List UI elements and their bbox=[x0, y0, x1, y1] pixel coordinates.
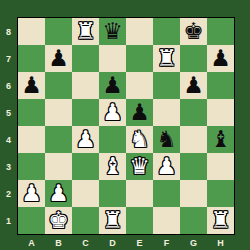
square-a3[interactable] bbox=[18, 153, 45, 180]
square-a4[interactable] bbox=[18, 126, 45, 153]
rank-labels: 87654321 bbox=[0, 18, 17, 234]
square-e2[interactable] bbox=[126, 180, 153, 207]
square-g3[interactable] bbox=[180, 153, 207, 180]
square-b5[interactable] bbox=[45, 99, 72, 126]
square-c4[interactable]: ♟ bbox=[72, 126, 99, 153]
piece-black-queen[interactable]: ♛ bbox=[99, 18, 126, 45]
square-d4[interactable] bbox=[99, 126, 126, 153]
file-label-b: B bbox=[45, 235, 72, 250]
square-h4[interactable]: ♝ bbox=[207, 126, 234, 153]
piece-white-pawn[interactable]: ♟ bbox=[18, 180, 45, 207]
file-label-g: G bbox=[180, 235, 207, 250]
square-h2[interactable] bbox=[207, 180, 234, 207]
square-e3[interactable]: ♛ bbox=[126, 153, 153, 180]
square-c6[interactable] bbox=[72, 72, 99, 99]
rank-label-2: 2 bbox=[0, 180, 17, 207]
square-e6[interactable] bbox=[126, 72, 153, 99]
square-b2[interactable]: ♟ bbox=[45, 180, 72, 207]
piece-black-pawn[interactable]: ♟ bbox=[45, 45, 72, 72]
square-a7[interactable] bbox=[18, 45, 45, 72]
file-label-e: E bbox=[126, 235, 153, 250]
square-g8[interactable]: ♚ bbox=[180, 18, 207, 45]
rank-label-5: 5 bbox=[0, 99, 17, 126]
square-f7[interactable]: ♜ bbox=[153, 45, 180, 72]
piece-white-pawn[interactable]: ♟ bbox=[45, 180, 72, 207]
square-c1[interactable] bbox=[72, 207, 99, 234]
file-labels: ABCDEFGH bbox=[18, 235, 234, 250]
square-f8[interactable] bbox=[153, 18, 180, 45]
piece-white-rook[interactable]: ♜ bbox=[72, 18, 99, 45]
square-f5[interactable] bbox=[153, 99, 180, 126]
square-g2[interactable] bbox=[180, 180, 207, 207]
piece-black-pawn[interactable]: ♟ bbox=[18, 72, 45, 99]
square-f3[interactable]: ♟ bbox=[153, 153, 180, 180]
square-e8[interactable] bbox=[126, 18, 153, 45]
square-g6[interactable]: ♟ bbox=[180, 72, 207, 99]
square-d8[interactable]: ♛ bbox=[99, 18, 126, 45]
square-a1[interactable] bbox=[18, 207, 45, 234]
square-c8[interactable]: ♜ bbox=[72, 18, 99, 45]
piece-white-rook[interactable]: ♜ bbox=[153, 45, 180, 72]
piece-white-pawn[interactable]: ♟ bbox=[153, 153, 180, 180]
square-h3[interactable] bbox=[207, 153, 234, 180]
piece-white-king[interactable]: ♚ bbox=[45, 207, 72, 234]
square-a8[interactable] bbox=[18, 18, 45, 45]
square-f1[interactable] bbox=[153, 207, 180, 234]
square-f6[interactable] bbox=[153, 72, 180, 99]
square-h1[interactable]: ♜ bbox=[207, 207, 234, 234]
rank-label-1: 1 bbox=[0, 207, 17, 234]
square-e4[interactable]: ♞ bbox=[126, 126, 153, 153]
piece-white-queen[interactable]: ♛ bbox=[126, 153, 153, 180]
file-label-d: D bbox=[99, 235, 126, 250]
square-c7[interactable] bbox=[72, 45, 99, 72]
square-c5[interactable] bbox=[72, 99, 99, 126]
square-e5[interactable]: ♟ bbox=[126, 99, 153, 126]
piece-white-rook[interactable]: ♜ bbox=[207, 207, 234, 234]
square-g5[interactable] bbox=[180, 99, 207, 126]
square-a5[interactable] bbox=[18, 99, 45, 126]
square-h5[interactable] bbox=[207, 99, 234, 126]
square-b3[interactable] bbox=[45, 153, 72, 180]
piece-black-pawn[interactable]: ♟ bbox=[99, 72, 126, 99]
file-label-a: A bbox=[18, 235, 45, 250]
rank-label-6: 6 bbox=[0, 72, 17, 99]
square-f4[interactable]: ♞ bbox=[153, 126, 180, 153]
square-d7[interactable] bbox=[99, 45, 126, 72]
square-e1[interactable] bbox=[126, 207, 153, 234]
square-g4[interactable] bbox=[180, 126, 207, 153]
square-d2[interactable] bbox=[99, 180, 126, 207]
square-d5[interactable]: ♟ bbox=[99, 99, 126, 126]
square-e7[interactable] bbox=[126, 45, 153, 72]
piece-white-pawn[interactable]: ♟ bbox=[99, 99, 126, 126]
square-h8[interactable] bbox=[207, 18, 234, 45]
piece-black-pawn[interactable]: ♟ bbox=[180, 72, 207, 99]
piece-black-knight[interactable]: ♞ bbox=[153, 126, 180, 153]
square-h7[interactable]: ♟ bbox=[207, 45, 234, 72]
rank-label-4: 4 bbox=[0, 126, 17, 153]
piece-white-pawn[interactable]: ♟ bbox=[72, 126, 99, 153]
piece-white-rook[interactable]: ♜ bbox=[99, 207, 126, 234]
file-label-h: H bbox=[207, 235, 234, 250]
square-c2[interactable] bbox=[72, 180, 99, 207]
square-d1[interactable]: ♜ bbox=[99, 207, 126, 234]
square-c3[interactable] bbox=[72, 153, 99, 180]
piece-black-pawn[interactable]: ♟ bbox=[126, 99, 153, 126]
rank-label-3: 3 bbox=[0, 153, 17, 180]
square-f2[interactable] bbox=[153, 180, 180, 207]
file-label-c: C bbox=[72, 235, 99, 250]
square-b1[interactable]: ♚ bbox=[45, 207, 72, 234]
rank-label-7: 7 bbox=[0, 45, 17, 72]
square-d6[interactable]: ♟ bbox=[99, 72, 126, 99]
rank-label-8: 8 bbox=[0, 18, 17, 45]
square-b8[interactable] bbox=[45, 18, 72, 45]
square-b7[interactable]: ♟ bbox=[45, 45, 72, 72]
piece-black-king[interactable]: ♚ bbox=[180, 18, 207, 45]
piece-black-bishop[interactable]: ♝ bbox=[207, 126, 234, 153]
square-a6[interactable]: ♟ bbox=[18, 72, 45, 99]
square-d3[interactable]: ♝ bbox=[99, 153, 126, 180]
square-b6[interactable] bbox=[45, 72, 72, 99]
piece-white-knight[interactable]: ♞ bbox=[126, 126, 153, 153]
piece-black-pawn[interactable]: ♟ bbox=[207, 45, 234, 72]
chess-board[interactable]: ♜♛♚♟♜♟♟♟♟♟♟♟♞♞♝♝♛♟♟♟♚♜♜ bbox=[17, 17, 235, 235]
square-g7[interactable] bbox=[180, 45, 207, 72]
piece-white-bishop[interactable]: ♝ bbox=[99, 153, 126, 180]
file-label-f: F bbox=[153, 235, 180, 250]
square-g1[interactable] bbox=[180, 207, 207, 234]
square-h6[interactable] bbox=[207, 72, 234, 99]
chess-diagram: 87654321 ♜♛♚♟♜♟♟♟♟♟♟♟♞♞♝♝♛♟♟♟♚♜♜ ABCDEFG… bbox=[0, 0, 250, 250]
square-a2[interactable]: ♟ bbox=[18, 180, 45, 207]
square-b4[interactable] bbox=[45, 126, 72, 153]
